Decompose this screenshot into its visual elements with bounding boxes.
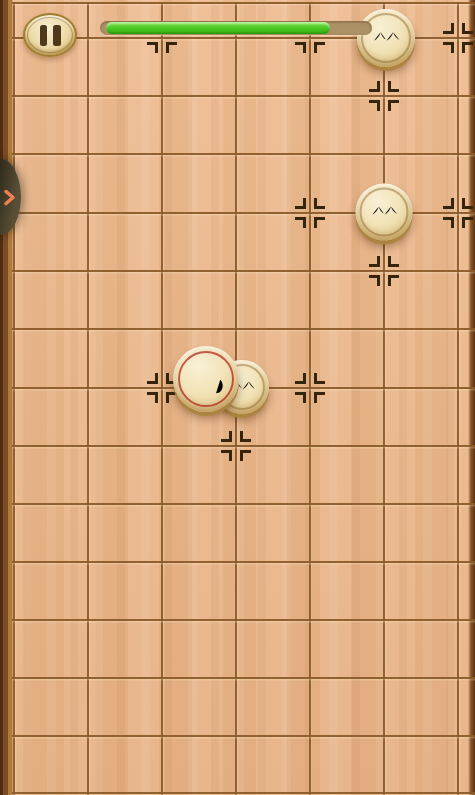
grid-line-horizontal [12,561,475,564]
board-frame-left [0,0,13,795]
pause-button[interactable] [23,13,77,57]
board-frame-right [468,0,475,795]
grid-line-horizontal [12,503,475,506]
point-marker [369,256,399,286]
drawer-handle[interactable] [0,159,21,235]
piece-red-horse[interactable] [173,346,239,412]
grid-line-horizontal [12,95,475,98]
grid-line-horizontal [12,792,475,795]
chevron-right-icon [3,189,16,206]
progress-track [100,21,372,35]
pause-icon [40,25,48,46]
piece-black-soldier-2[interactable] [356,184,413,241]
piece-glyph-卒 [368,20,405,57]
piece-black-soldier-1[interactable] [357,9,415,67]
point-marker [295,373,325,403]
grid-line-horizontal [12,153,475,156]
grid-line-horizontal [12,619,475,622]
grid-line-horizontal [12,2,475,5]
grid-line-horizontal [12,328,475,331]
grid-line-horizontal [12,677,475,680]
point-marker [295,198,325,228]
point-marker [221,431,251,461]
xiangqi-board [0,0,475,795]
point-marker [443,198,473,228]
grid-line-horizontal [12,735,475,738]
piece-glyph-馬 [185,358,227,400]
point-marker [369,81,399,111]
progress-fill [106,22,330,34]
point-marker [443,23,473,53]
pause-icon [53,25,61,46]
piece-glyph-卒 [366,194,402,230]
grid-line-horizontal [12,270,475,273]
